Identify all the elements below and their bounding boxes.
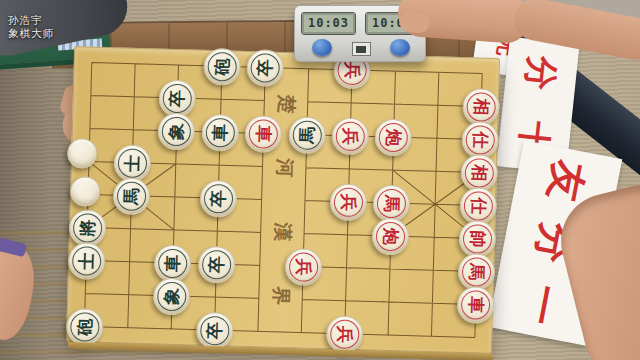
piece-glyph: 將 [78,219,95,236]
piece-red-兵[interactable]: 兵 [331,117,369,155]
piece-glyph: 士 [77,252,94,269]
piece-glyph: 士 [124,154,141,171]
piece-glyph: 仕 [472,131,489,148]
piece-glyph: 相 [471,164,488,181]
piece-glyph: 卒 [257,59,274,76]
piece-black-馬[interactable]: 馬 [288,116,326,154]
river-char: 漢 [269,222,296,242]
piece-glyph: 卒 [169,89,186,106]
piece-glyph: 象 [168,122,185,139]
piece-glyph: 炮 [382,227,399,244]
piece-black-砲[interactable]: 砲 [203,47,241,85]
piece-glyph: 車 [164,254,181,271]
piece-glyph: 砲 [213,58,230,75]
piece-red-兵[interactable]: 兵 [326,315,364,353]
piece-glyph: 兵 [343,61,360,78]
piece-black-砲[interactable]: 砲 [65,307,103,345]
xiangqi-board[interactable]: 楚河漢界砲卒兵卒相象車車馬兵炮仕士相馬卒兵馬仕將炮帥士車卒兵馬象車砲卒兵 [66,46,500,354]
piece-glyph: 車 [211,123,228,140]
clock-left-display: 10:03 [302,13,355,34]
piece-glyph: 兵 [294,258,311,275]
piece-glyph: 卒 [208,255,225,272]
watermark-line2: 象棋大师 [8,27,54,40]
clock-left-button[interactable] [312,39,332,56]
piece-glyph: 帥 [469,230,486,247]
piece-glyph: 車 [255,125,272,142]
river-char: 楚 [273,94,300,114]
piece-glyph: 兵 [340,193,357,210]
channel-watermark: 孙浩宇 象棋大师 [8,14,54,40]
piece-glyph: 兵 [336,325,353,342]
piece-black-士[interactable]: 士 [113,144,151,182]
piece-glyph: 炮 [385,128,402,145]
banner-char: 友 [544,157,591,204]
piece-glyph: 卒 [209,189,226,206]
piece-black-卒[interactable]: 卒 [199,179,237,217]
piece-black-馬[interactable]: 馬 [112,177,150,215]
piece-glyph: 馬 [123,187,140,204]
piece-glyph: 卒 [206,321,223,338]
piece-glyph: 馬 [468,263,485,280]
piece-black-卒[interactable]: 卒 [197,245,235,283]
clock-right-button[interactable] [390,39,410,56]
piece-glyph: 兵 [341,127,358,144]
piece-glyph: 馬 [383,194,400,211]
piece-black-士[interactable]: 士 [67,242,105,280]
piece-black-將[interactable]: 將 [68,209,106,247]
clock-mode-window [352,42,371,56]
piece-glyph: 仕 [470,197,487,214]
river-char: 界 [267,286,294,306]
river-char: 河 [271,158,298,178]
piece-glyph: 砲 [76,318,93,335]
piece-black-卒[interactable]: 卒 [196,311,234,349]
xiangqi-game-photo: 无 分十 友分一 楚河漢界砲卒兵卒相象車車馬兵炮仕士相馬卒兵馬仕將炮帥士車卒兵馬… [0,0,640,360]
river-inscription: 楚河漢界 [258,71,309,328]
banner-char: 分 [523,54,560,91]
piece-glyph: 馬 [298,126,315,143]
piece-glyph: 車 [467,296,484,313]
piece-black-車[interactable]: 車 [201,113,239,151]
piece-glyph: 象 [163,287,180,304]
piece-glyph: 相 [473,98,490,115]
piece-red-兵[interactable]: 兵 [284,248,322,286]
piece-red-兵[interactable]: 兵 [329,183,367,221]
banner-char: 一 [519,282,566,329]
watermark-line1: 孙浩宇 [8,14,54,27]
